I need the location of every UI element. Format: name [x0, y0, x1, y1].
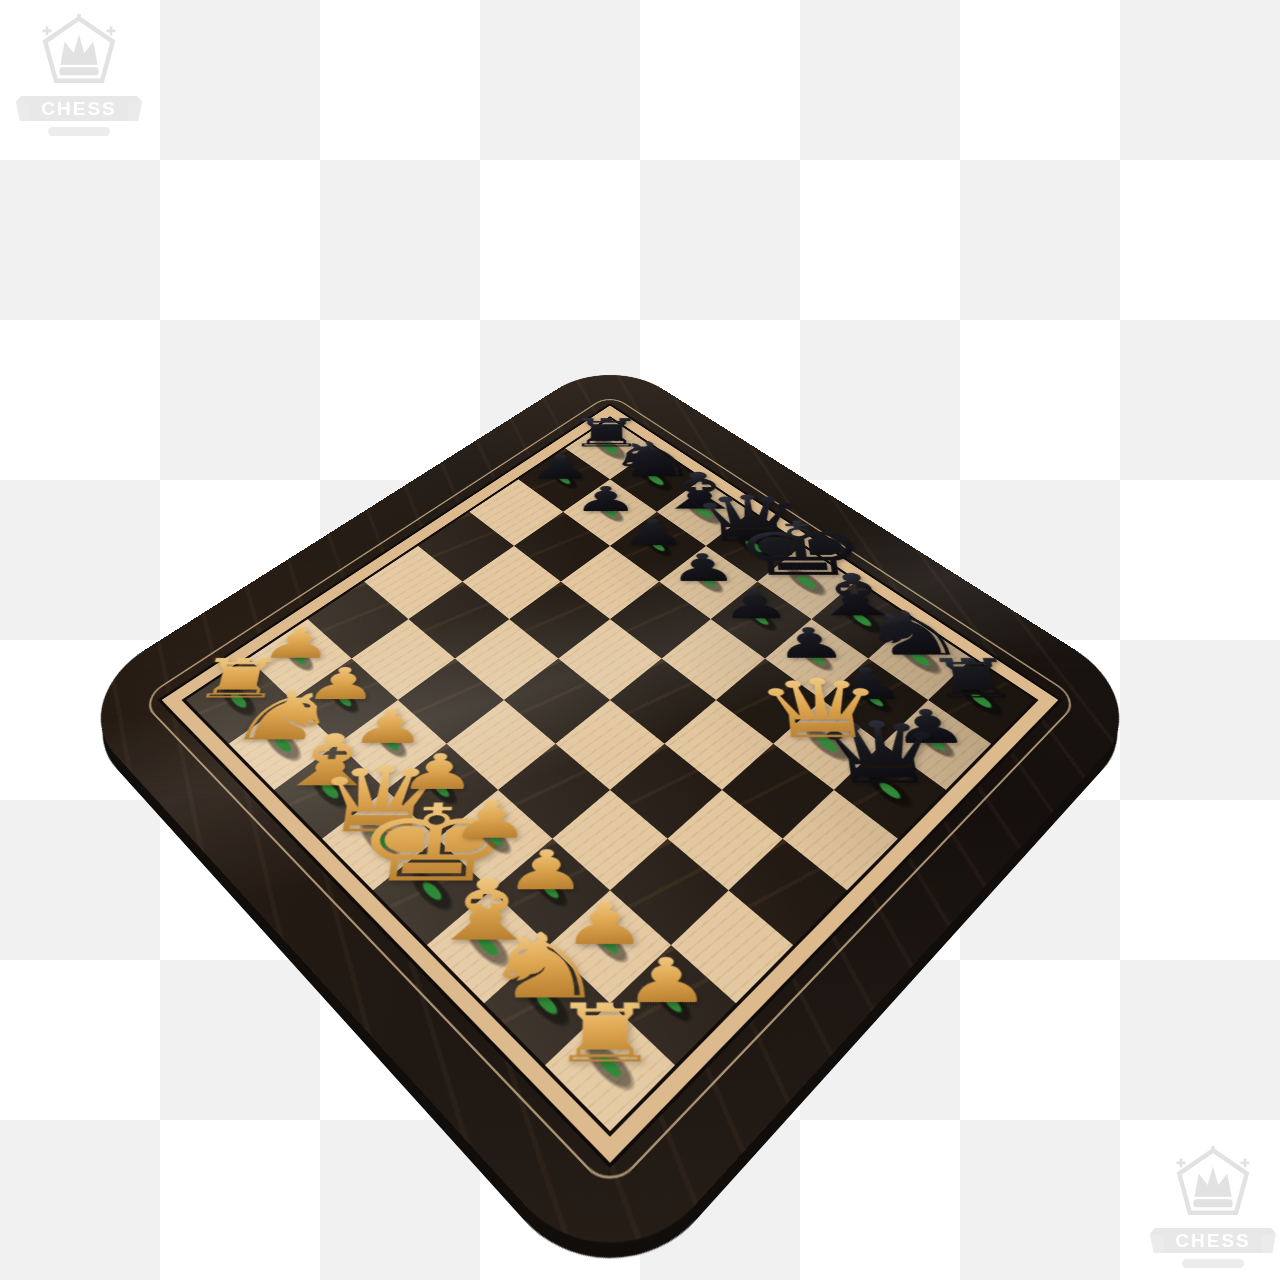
product-photo-canvas: CHESS CHESS ♜♞♝♛♚♝♞♜♟♟♟♟♟♟♟♟♛♛: [0, 0, 1280, 1280]
square-f2: [491, 839, 610, 945]
square-g3: [610, 839, 729, 945]
square-g2: [549, 890, 671, 1003]
square-g5: [722, 744, 834, 839]
chess-board: ♜♞♝♛♚♝♞♜♟♟♟♟♟♟♟♟♛♛♜♞♝♛♚♝♞♜♟♟♟♟♟♟♟♟: [66, 356, 1155, 1280]
square-f4: [610, 744, 722, 839]
square-e4: [556, 700, 665, 790]
board-scene: ♜♞♝♛♚♝♞♜♟♟♟♟♟♟♟♟♛♛♜♞♝♛♚♝♞♜♟♟♟♟♟♟♟♟: [0, 0, 1280, 1280]
square-f3: [552, 790, 667, 890]
